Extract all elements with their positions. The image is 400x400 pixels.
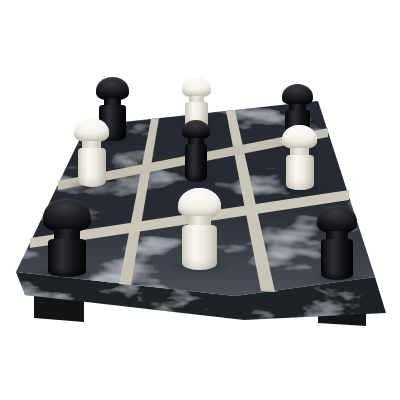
- piece-cap: [43, 198, 91, 233]
- piece-body: [321, 239, 353, 280]
- piece-cap: [178, 188, 221, 219]
- piece-cap: [182, 120, 210, 140]
- piece-middle-right-white[interactable]: [282, 125, 317, 190]
- piece-cap: [96, 77, 129, 101]
- piece-front-right-black[interactable]: [317, 205, 357, 280]
- piece-body: [78, 148, 106, 187]
- piece-body: [48, 239, 86, 277]
- piece-body: [286, 155, 314, 190]
- piece-cap: [74, 118, 109, 143]
- piece-cap: [282, 84, 313, 106]
- piece-neck: [188, 216, 211, 225]
- piece-cap: [182, 77, 211, 98]
- piece-body: [185, 144, 207, 182]
- piece-cap: [317, 205, 357, 234]
- piece-front-left-black[interactable]: [43, 198, 91, 277]
- piece-cap: [282, 125, 317, 150]
- piece-middle-left-white[interactable]: [74, 118, 109, 187]
- piece-middle-center-black[interactable]: [182, 120, 210, 182]
- piece-front-center-white[interactable]: [178, 188, 221, 270]
- piece-body: [182, 225, 216, 270]
- tic-tac-toe-product-photo: [0, 0, 400, 400]
